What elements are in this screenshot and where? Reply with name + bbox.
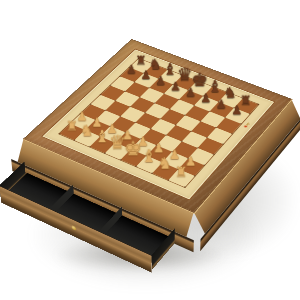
- maker-logo-script: ≈: [244, 121, 253, 126]
- black-pawn-h7[interactable]: ♟: [223, 104, 251, 116]
- maker-logo: ≈: [242, 121, 253, 129]
- corner-dot: [119, 159, 122, 161]
- chess-board: ♜♞♝♛♚♝♞♜♟♟♟♟♟♟♟♟♟♟♟♟♟♟♟♟♜♞♝♛♚♝♞♜: [60, 59, 259, 187]
- logo-dot-icon: [244, 125, 248, 128]
- corner-dot: [88, 146, 91, 148]
- drawer-knob[interactable]: [71, 225, 76, 231]
- product-photo-stage: ≈ ♜♞♝♛♚♝♞♜♟♟♟♟♟♟♟♟♟♟♟♟♟♟♟♟♜♞♝♛♚♝♞♜: [0, 0, 300, 300]
- corner-dot: [58, 133, 61, 135]
- white-rook-h1[interactable]: ♜: [166, 165, 196, 179]
